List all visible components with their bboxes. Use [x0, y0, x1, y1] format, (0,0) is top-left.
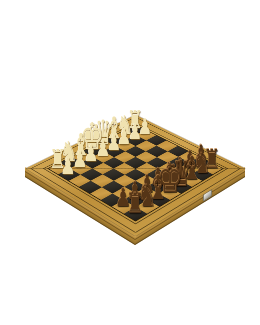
chess-set-product-photo: ♜♟♞♟♝♟♛♟♚♟♝♟♟♞♜♟♟♜♞♟♟♝♟♛♟♚♟♝♟♞♟♜ — [0, 0, 260, 325]
chess-board-top — [25, 114, 244, 235]
